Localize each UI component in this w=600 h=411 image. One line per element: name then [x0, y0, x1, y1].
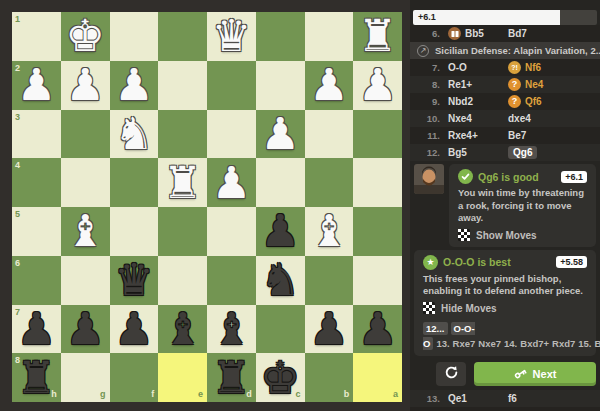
move-Re1+[interactable]: Re1+: [448, 79, 472, 90]
white-pawn-f2[interactable]: ♟: [114, 63, 153, 107]
mistake-icon: ?: [508, 95, 521, 108]
eval-badge: +5.58: [556, 256, 587, 268]
square-b7[interactable]: ♟: [305, 305, 354, 354]
white-queen-d1[interactable]: ♛: [212, 14, 251, 58]
file-label: c: [295, 390, 300, 399]
analysis-panel: +6.1 6.Bb5Bd7↗Sicilian Defense: Alapin V…: [410, 0, 600, 411]
inaccuracy-icon: ?!: [508, 61, 521, 74]
file-label: f: [151, 390, 154, 399]
move-number: 10.: [410, 113, 440, 124]
square-b6[interactable]: [305, 256, 354, 305]
square-b2[interactable]: ♟: [305, 61, 354, 110]
square-g4[interactable]: [61, 158, 110, 207]
variation-move[interactable]: Bxf6: [595, 338, 600, 349]
move-row-9: 9.Nbd2?Qf6: [410, 93, 600, 110]
white-pawn-a2[interactable]: ♟: [358, 63, 397, 107]
square-d7[interactable]: ♝: [207, 305, 256, 354]
next-button[interactable]: Next: [474, 362, 596, 386]
square-g3[interactable]: [61, 110, 110, 159]
move-O-O[interactable]: O-O: [448, 62, 467, 73]
square-h8[interactable]: 8h♜: [12, 353, 61, 402]
black-bishop-e7[interactable]: ♝: [163, 307, 202, 351]
square-c1[interactable]: [256, 12, 305, 61]
move-number: 7.: [410, 62, 440, 73]
square-a4[interactable]: [353, 158, 402, 207]
white-king-g1[interactable]: ♚: [65, 14, 104, 58]
black-pawn-a7[interactable]: ♟: [358, 307, 397, 351]
comment-body: This frees your pinned bishop, enabling …: [423, 273, 587, 298]
square-g7[interactable]: ♟: [61, 305, 110, 354]
refresh-icon: [444, 365, 459, 384]
comment-title: O-O-O is best: [443, 256, 511, 268]
black-knight-c6[interactable]: ♞: [260, 258, 299, 302]
move-Qf6[interactable]: Qf6: [525, 96, 542, 107]
move-row-8: 8.Re1+?Ne4: [410, 76, 600, 93]
black-queen-f6[interactable]: ♛: [114, 258, 153, 302]
white-bishop-g5[interactable]: ♝: [65, 209, 104, 253]
comment-box-best: ★ O-O-O is best +5.58 This frees your pi…: [414, 250, 596, 357]
rank-label: 3: [15, 113, 20, 122]
move-Be7[interactable]: Be7: [508, 130, 526, 141]
move-number: 12.: [410, 147, 440, 158]
avatar: [414, 164, 444, 194]
move-row-11: 11.Rxe4+Be7: [410, 127, 600, 144]
eval-badge: +6.1: [561, 171, 587, 183]
square-c4[interactable]: [256, 158, 305, 207]
white-pawn-b2[interactable]: ♟: [309, 63, 348, 107]
comment-best-move: ★ O-O-O is best +5.58 This frees your pi…: [414, 250, 596, 357]
comment-body: You win time by threatening a rook, forc…: [458, 187, 587, 225]
move-number: 6.: [410, 28, 440, 39]
move-f6[interactable]: f6: [508, 393, 517, 404]
square-e5[interactable]: [158, 207, 207, 256]
move-row-12: 12.Bg5Qg6: [410, 144, 600, 161]
variation-move[interactable]: 13.: [436, 338, 449, 349]
square-b5[interactable]: ♝: [305, 207, 354, 256]
square-f6[interactable]: ♛: [110, 256, 159, 305]
square-d1[interactable]: ♛: [207, 12, 256, 61]
square-b1[interactable]: [305, 12, 354, 61]
square-d2[interactable]: [207, 61, 256, 110]
rank-label: 5: [15, 210, 20, 219]
square-d8[interactable]: d♜: [207, 353, 256, 402]
move-number: 8.: [410, 79, 440, 90]
variation-move[interactable]: Rxe7: [453, 338, 476, 349]
black-pawn-b7[interactable]: ♟: [309, 307, 348, 351]
black-bishop-d7[interactable]: ♝: [212, 307, 251, 351]
white-pawn-g2[interactable]: ♟: [65, 63, 104, 107]
black-pawn-g7[interactable]: ♟: [65, 307, 104, 351]
rank-label: 7: [15, 308, 20, 317]
square-d3[interactable]: [207, 110, 256, 159]
square-a1[interactable]: ♜: [353, 12, 402, 61]
move-Nxe4[interactable]: Nxe4: [448, 113, 472, 124]
move-Qg6[interactable]: Qg6: [508, 146, 537, 159]
square-b4[interactable]: [305, 158, 354, 207]
evaluation-bar: +6.1: [413, 10, 597, 25]
square-e8[interactable]: e: [158, 353, 207, 402]
variation-line[interactable]: 12...O-O-O13.Rxe7Nxe714.Bxd7+Rxd715.Bxf6…: [423, 321, 587, 352]
square-g5[interactable]: ♝: [61, 207, 110, 256]
square-f5[interactable]: [110, 207, 159, 256]
square-a7[interactable]: ♟: [353, 305, 402, 354]
square-f4[interactable]: [110, 158, 159, 207]
black-pawn-c5[interactable]: ♟: [260, 209, 299, 253]
square-a8[interactable]: a: [353, 353, 402, 402]
square-d6[interactable]: [207, 256, 256, 305]
variation-move[interactable]: Bxd7+: [520, 338, 549, 349]
square-g6[interactable]: [61, 256, 110, 305]
file-label: a: [393, 390, 398, 399]
square-f1[interactable]: [110, 12, 159, 61]
square-g8[interactable]: g: [61, 353, 110, 402]
square-e2[interactable]: [158, 61, 207, 110]
variation-move[interactable]: 14.: [504, 338, 517, 349]
square-h1[interactable]: 1: [12, 12, 61, 61]
square-c6[interactable]: ♞: [256, 256, 305, 305]
comment-title: Qg6 is good: [478, 171, 539, 183]
variation-move[interactable]: Nxe7: [478, 338, 501, 349]
square-c5[interactable]: ♟: [256, 207, 305, 256]
variation-move[interactable]: 15.: [578, 338, 591, 349]
board-checker-icon: [423, 302, 435, 316]
white-rook-e4[interactable]: ♜: [163, 161, 202, 205]
square-e6[interactable]: [158, 256, 207, 305]
square-c7[interactable]: [256, 305, 305, 354]
black-king-c8[interactable]: ♚: [260, 356, 299, 400]
move-number: 11.: [410, 130, 440, 141]
file-label: b: [344, 390, 350, 399]
square-e4[interactable]: ♜: [158, 158, 207, 207]
square-f8[interactable]: f: [110, 353, 159, 402]
move-Qe1[interactable]: Qe1: [448, 393, 467, 404]
square-a2[interactable]: ♟: [353, 61, 402, 110]
mistake-icon: ?: [508, 78, 521, 91]
move-number: 13.: [410, 393, 440, 404]
controls-row: Next: [436, 362, 596, 386]
move-Rxe4+[interactable]: Rxe4+: [448, 130, 478, 141]
square-h6[interactable]: 6: [12, 256, 61, 305]
white-pawn-h2[interactable]: ♟: [17, 63, 56, 107]
square-c8[interactable]: c♚: [256, 353, 305, 402]
move-row-10: 10.Nxe4dxe4: [410, 110, 600, 127]
show-moves-label: Show Moves: [476, 230, 537, 241]
move-row-7: 7.O-O?!Nf6: [410, 59, 600, 76]
next-button-label: Next: [533, 368, 557, 380]
square-f7[interactable]: ♟: [110, 305, 159, 354]
square-h3[interactable]: 3: [12, 110, 61, 159]
square-f2[interactable]: ♟: [110, 61, 159, 110]
file-label: h: [51, 390, 57, 399]
file-label: e: [198, 390, 203, 399]
square-a6[interactable]: [353, 256, 402, 305]
move-Bg5[interactable]: Bg5: [448, 147, 467, 158]
square-a5[interactable]: [353, 207, 402, 256]
square-a3[interactable]: [353, 110, 402, 159]
check-icon: [458, 169, 473, 184]
move-Ne4[interactable]: Ne4: [525, 79, 543, 90]
black-rook-d8[interactable]: ♜: [212, 356, 251, 400]
square-g1[interactable]: ♚: [61, 12, 110, 61]
move-row-13: 13.Qe1f6: [410, 390, 600, 407]
move-dxe4[interactable]: dxe4: [508, 113, 531, 124]
square-b3[interactable]: [305, 110, 354, 159]
move-row-6: 6.Bb5Bd7: [410, 25, 600, 42]
move-Bd7[interactable]: Bd7: [508, 28, 527, 39]
black-pawn-f7[interactable]: ♟: [114, 307, 153, 351]
white-rook-a1[interactable]: ♜: [358, 14, 397, 58]
rank-label: 6: [15, 259, 20, 268]
white-bishop-b5[interactable]: ♝: [309, 209, 348, 253]
opening-book-icon: ↗: [417, 45, 429, 57]
square-c2[interactable]: [256, 61, 305, 110]
variation-move[interactable]: 12...: [423, 322, 448, 335]
move-Bb5[interactable]: Bb5: [465, 28, 484, 39]
square-c3[interactable]: ♟: [256, 110, 305, 159]
hide-moves-button[interactable]: Hide Moves: [423, 303, 587, 315]
rank-label: 8: [15, 356, 20, 365]
show-moves-button[interactable]: Show Moves: [458, 230, 587, 242]
move-row-14: 14.Bxc6Bxc6: [410, 407, 600, 411]
square-e3[interactable]: [158, 110, 207, 159]
evaluation-value: +6.1: [413, 10, 597, 25]
square-g2[interactable]: ♟: [61, 61, 110, 110]
file-label: g: [100, 390, 106, 399]
square-d5[interactable]: [207, 207, 256, 256]
black-pawn-h7[interactable]: ♟: [17, 307, 56, 351]
square-f3[interactable]: ♞: [110, 110, 159, 159]
white-pawn-c3[interactable]: ♟: [260, 112, 299, 156]
key-icon: [514, 367, 527, 382]
rank-label: 2: [15, 64, 20, 73]
move-Nf6[interactable]: Nf6: [525, 62, 541, 73]
square-h2[interactable]: 2♟: [12, 61, 61, 110]
square-d4[interactable]: ♟: [207, 158, 256, 207]
opening-name-row[interactable]: ↗Sicilian Defense: Alapin Variation, 2..…: [410, 42, 600, 59]
white-knight-f3[interactable]: ♞: [114, 112, 153, 156]
best-move-star-icon: ★: [423, 255, 438, 270]
retry-button[interactable]: [436, 362, 466, 386]
book-move-icon: [448, 27, 461, 40]
move-Nbd2[interactable]: Nbd2: [448, 96, 473, 107]
rank-label: 1: [15, 15, 20, 24]
rank-label: 4: [15, 161, 20, 170]
square-h5[interactable]: 5: [12, 207, 61, 256]
comment-box-good: Qg6 is good +6.1 You win time by threate…: [449, 164, 596, 247]
white-pawn-d4[interactable]: ♟: [212, 161, 251, 205]
variation-move[interactable]: Rxd7: [552, 338, 575, 349]
opening-name: Sicilian Defense: Alapin Variation, 2...…: [435, 45, 600, 56]
chess-board: 1♚♛♜2♟♟♟♟♟3♞♟4♜♟5♝♟♝6♛♞7♟♟♟♝♝♟♟8h♜gfed♜c…: [12, 12, 402, 402]
square-e1[interactable]: [158, 12, 207, 61]
move-number: 9.: [410, 96, 440, 107]
black-rook-h8[interactable]: ♜: [17, 356, 56, 400]
square-h4[interactable]: 4: [12, 158, 61, 207]
file-label: d: [246, 390, 252, 399]
board-checker-icon: [458, 229, 470, 243]
comment-good-move: Qg6 is good +6.1 You win time by threate…: [414, 164, 596, 247]
square-h7[interactable]: 7♟: [12, 305, 61, 354]
hide-moves-label: Hide Moves: [441, 303, 497, 314]
square-e7[interactable]: ♝: [158, 305, 207, 354]
square-b8[interactable]: b: [305, 353, 354, 402]
